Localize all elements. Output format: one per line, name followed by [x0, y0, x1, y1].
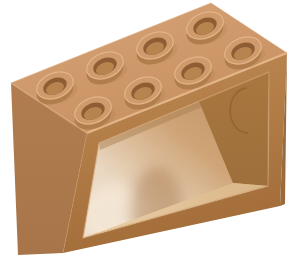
- lego-brick-illustration: [0, 0, 300, 265]
- scene: [0, 0, 300, 265]
